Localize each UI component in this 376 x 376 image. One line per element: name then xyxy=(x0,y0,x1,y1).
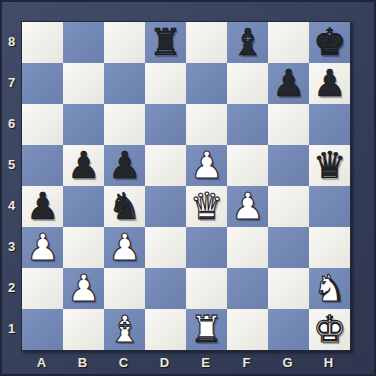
piece-white-pawn[interactable]: ♟ xyxy=(67,270,100,307)
piece-white-queen[interactable]: ♛ xyxy=(190,188,223,225)
square-h7[interactable]: ♟ xyxy=(309,63,350,104)
square-b3[interactable] xyxy=(63,227,104,268)
rank-label-7: 7 xyxy=(2,62,21,103)
square-e2[interactable] xyxy=(186,268,227,309)
rank-label-3: 3 xyxy=(2,226,21,267)
square-e1[interactable]: ♜ xyxy=(186,309,227,350)
square-c2[interactable] xyxy=(104,268,145,309)
square-c3[interactable]: ♟ xyxy=(104,227,145,268)
square-c5[interactable]: ♟ xyxy=(104,145,145,186)
file-label-e: E xyxy=(185,350,226,374)
square-d5[interactable] xyxy=(145,145,186,186)
square-e8[interactable] xyxy=(186,22,227,63)
square-f4[interactable]: ♟ xyxy=(227,186,268,227)
square-a1[interactable] xyxy=(22,309,63,350)
square-f3[interactable] xyxy=(227,227,268,268)
piece-black-pawn[interactable]: ♟ xyxy=(272,65,305,102)
square-c1[interactable]: ♝ xyxy=(104,309,145,350)
square-d3[interactable] xyxy=(145,227,186,268)
file-label-d: D xyxy=(144,350,185,374)
square-e6[interactable] xyxy=(186,104,227,145)
square-c7[interactable] xyxy=(104,63,145,104)
square-h6[interactable] xyxy=(309,104,350,145)
file-labels: ABCDEFGH xyxy=(21,350,349,374)
square-a4[interactable]: ♟ xyxy=(22,186,63,227)
square-d7[interactable] xyxy=(145,63,186,104)
square-g6[interactable] xyxy=(268,104,309,145)
square-h5[interactable]: ♛ xyxy=(309,145,350,186)
rank-label-2: 2 xyxy=(2,267,21,308)
square-b6[interactable] xyxy=(63,104,104,145)
piece-white-bishop[interactable]: ♝ xyxy=(108,311,141,348)
square-f1[interactable] xyxy=(227,309,268,350)
rank-labels: 87654321 xyxy=(2,21,21,349)
file-label-a: A xyxy=(21,350,62,374)
square-f7[interactable] xyxy=(227,63,268,104)
square-b5[interactable]: ♟ xyxy=(63,145,104,186)
square-e3[interactable] xyxy=(186,227,227,268)
piece-black-knight[interactable]: ♞ xyxy=(108,188,141,225)
piece-black-rook[interactable]: ♜ xyxy=(149,24,182,61)
piece-white-rook[interactable]: ♜ xyxy=(190,311,223,348)
piece-black-queen[interactable]: ♛ xyxy=(313,147,346,184)
square-d1[interactable] xyxy=(145,309,186,350)
piece-black-pawn[interactable]: ♟ xyxy=(313,65,346,102)
square-e7[interactable] xyxy=(186,63,227,104)
square-a2[interactable] xyxy=(22,268,63,309)
square-g7[interactable]: ♟ xyxy=(268,63,309,104)
square-a6[interactable] xyxy=(22,104,63,145)
square-a5[interactable] xyxy=(22,145,63,186)
square-b2[interactable]: ♟ xyxy=(63,268,104,309)
square-b1[interactable] xyxy=(63,309,104,350)
square-d4[interactable] xyxy=(145,186,186,227)
rank-label-6: 6 xyxy=(2,103,21,144)
square-g1[interactable] xyxy=(268,309,309,350)
square-a3[interactable]: ♟ xyxy=(22,227,63,268)
square-h3[interactable] xyxy=(309,227,350,268)
square-h8[interactable]: ♚ xyxy=(309,22,350,63)
square-d6[interactable] xyxy=(145,104,186,145)
file-label-b: B xyxy=(62,350,103,374)
square-d8[interactable]: ♜ xyxy=(145,22,186,63)
piece-black-pawn[interactable]: ♟ xyxy=(26,188,59,225)
rank-label-5: 5 xyxy=(2,144,21,185)
square-e4[interactable]: ♛ xyxy=(186,186,227,227)
square-c6[interactable] xyxy=(104,104,145,145)
piece-white-pawn[interactable]: ♟ xyxy=(231,188,264,225)
square-c8[interactable] xyxy=(104,22,145,63)
square-h2[interactable]: ♞ xyxy=(309,268,350,309)
square-b7[interactable] xyxy=(63,63,104,104)
square-e5[interactable]: ♟ xyxy=(186,145,227,186)
file-label-f: F xyxy=(226,350,267,374)
square-h4[interactable] xyxy=(309,186,350,227)
square-a8[interactable] xyxy=(22,22,63,63)
piece-white-pawn[interactable]: ♟ xyxy=(108,229,141,266)
square-f8[interactable]: ♝ xyxy=(227,22,268,63)
piece-white-king[interactable]: ♚ xyxy=(313,311,346,348)
square-d2[interactable] xyxy=(145,268,186,309)
rank-label-8: 8 xyxy=(2,21,21,62)
square-g8[interactable] xyxy=(268,22,309,63)
piece-black-pawn[interactable]: ♟ xyxy=(67,147,100,184)
piece-white-pawn[interactable]: ♟ xyxy=(190,147,223,184)
piece-black-king[interactable]: ♚ xyxy=(313,24,346,61)
square-g5[interactable] xyxy=(268,145,309,186)
rank-label-4: 4 xyxy=(2,185,21,226)
file-label-c: C xyxy=(103,350,144,374)
file-label-g: G xyxy=(267,350,308,374)
square-f5[interactable] xyxy=(227,145,268,186)
piece-black-bishop[interactable]: ♝ xyxy=(231,24,264,61)
piece-white-knight[interactable]: ♞ xyxy=(313,270,346,307)
square-a7[interactable] xyxy=(22,63,63,104)
square-f6[interactable] xyxy=(227,104,268,145)
square-f2[interactable] xyxy=(227,268,268,309)
square-g4[interactable] xyxy=(268,186,309,227)
square-c4[interactable]: ♞ xyxy=(104,186,145,227)
square-g2[interactable] xyxy=(268,268,309,309)
piece-black-pawn[interactable]: ♟ xyxy=(108,147,141,184)
square-g3[interactable] xyxy=(268,227,309,268)
rank-label-1: 1 xyxy=(2,308,21,349)
piece-white-pawn[interactable]: ♟ xyxy=(26,229,59,266)
square-b4[interactable] xyxy=(63,186,104,227)
board-frame: 87654321 ♜♝♚♟♟♟♟♟♛♟♞♛♟♟♟♟♞♝♜♚ ABCDEFGH xyxy=(0,0,376,376)
square-b8[interactable] xyxy=(63,22,104,63)
square-h1[interactable]: ♚ xyxy=(309,309,350,350)
file-label-h: H xyxy=(308,350,349,374)
chess-board: ♜♝♚♟♟♟♟♟♛♟♞♛♟♟♟♟♞♝♜♚ xyxy=(21,21,351,351)
